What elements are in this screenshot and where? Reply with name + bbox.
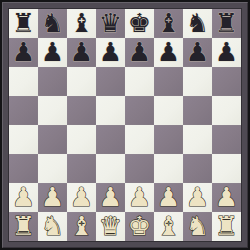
piece-white-bishop[interactable]: ♝ [157,212,180,241]
square-h4[interactable] [212,125,241,154]
square-b7[interactable]: ♟ [38,38,67,67]
square-b4[interactable] [38,125,67,154]
chess-board: ♜♞♝♛♚♝♞♜♟♟♟♟♟♟♟♟♟♟♟♟♟♟♟♟♜♞♝♛♚♝♞♜ [9,9,241,241]
square-b8[interactable]: ♞ [38,9,67,38]
square-g4[interactable] [183,125,212,154]
piece-black-pawn[interactable]: ♟ [99,38,122,67]
square-e6[interactable] [125,67,154,96]
chess-board-frame: ♜♞♝♛♚♝♞♜♟♟♟♟♟♟♟♟♟♟♟♟♟♟♟♟♜♞♝♛♚♝♞♜ [0,0,250,250]
square-d8[interactable]: ♛ [96,9,125,38]
piece-white-rook[interactable]: ♜ [215,212,238,241]
piece-black-pawn[interactable]: ♟ [41,38,64,67]
piece-black-rook[interactable]: ♜ [12,9,35,38]
square-b3[interactable] [38,154,67,183]
square-f4[interactable] [154,125,183,154]
square-g5[interactable] [183,96,212,125]
square-d7[interactable]: ♟ [96,38,125,67]
square-b5[interactable] [38,96,67,125]
square-b2[interactable]: ♟ [38,183,67,212]
piece-black-king[interactable]: ♚ [128,9,151,38]
square-c4[interactable] [67,125,96,154]
square-c6[interactable] [67,67,96,96]
square-g2[interactable]: ♟ [183,183,212,212]
square-a7[interactable]: ♟ [9,38,38,67]
piece-black-bishop[interactable]: ♝ [70,9,93,38]
square-a1[interactable]: ♜ [9,212,38,241]
square-h5[interactable] [212,96,241,125]
square-g1[interactable]: ♞ [183,212,212,241]
square-f7[interactable]: ♟ [154,38,183,67]
square-a5[interactable] [9,96,38,125]
square-f5[interactable] [154,96,183,125]
piece-black-bishop[interactable]: ♝ [157,9,180,38]
square-e4[interactable] [125,125,154,154]
square-g6[interactable] [183,67,212,96]
square-g3[interactable] [183,154,212,183]
square-c3[interactable] [67,154,96,183]
piece-white-king[interactable]: ♚ [128,212,151,241]
piece-black-pawn[interactable]: ♟ [215,38,238,67]
square-e5[interactable] [125,96,154,125]
square-d5[interactable] [96,96,125,125]
square-c1[interactable]: ♝ [67,212,96,241]
square-f3[interactable] [154,154,183,183]
square-f1[interactable]: ♝ [154,212,183,241]
square-h3[interactable] [212,154,241,183]
square-d4[interactable] [96,125,125,154]
square-c2[interactable]: ♟ [67,183,96,212]
piece-white-knight[interactable]: ♞ [186,212,209,241]
square-e3[interactable] [125,154,154,183]
square-e2[interactable]: ♟ [125,183,154,212]
square-h2[interactable]: ♟ [212,183,241,212]
piece-white-pawn[interactable]: ♟ [215,183,238,212]
piece-white-pawn[interactable]: ♟ [186,183,209,212]
square-h1[interactable]: ♜ [212,212,241,241]
square-f2[interactable]: ♟ [154,183,183,212]
square-d1[interactable]: ♛ [96,212,125,241]
piece-white-knight[interactable]: ♞ [41,212,64,241]
square-a3[interactable] [9,154,38,183]
square-f8[interactable]: ♝ [154,9,183,38]
square-h8[interactable]: ♜ [212,9,241,38]
piece-white-pawn[interactable]: ♟ [99,183,122,212]
square-d6[interactable] [96,67,125,96]
square-a8[interactable]: ♜ [9,9,38,38]
piece-white-pawn[interactable]: ♟ [128,183,151,212]
square-e8[interactable]: ♚ [125,9,154,38]
piece-black-pawn[interactable]: ♟ [12,38,35,67]
square-h7[interactable]: ♟ [212,38,241,67]
piece-white-pawn[interactable]: ♟ [70,183,93,212]
piece-black-pawn[interactable]: ♟ [70,38,93,67]
square-a6[interactable] [9,67,38,96]
square-d3[interactable] [96,154,125,183]
square-e1[interactable]: ♚ [125,212,154,241]
square-d2[interactable]: ♟ [96,183,125,212]
piece-white-rook[interactable]: ♜ [12,212,35,241]
square-c5[interactable] [67,96,96,125]
piece-white-pawn[interactable]: ♟ [41,183,64,212]
square-b6[interactable] [38,67,67,96]
piece-black-knight[interactable]: ♞ [186,9,209,38]
piece-black-knight[interactable]: ♞ [41,9,64,38]
piece-black-rook[interactable]: ♜ [215,9,238,38]
piece-white-queen[interactable]: ♛ [99,212,122,241]
piece-white-bishop[interactable]: ♝ [70,212,93,241]
square-b1[interactable]: ♞ [38,212,67,241]
square-a4[interactable] [9,125,38,154]
square-c8[interactable]: ♝ [67,9,96,38]
square-f6[interactable] [154,67,183,96]
piece-white-pawn[interactable]: ♟ [12,183,35,212]
square-a2[interactable]: ♟ [9,183,38,212]
square-g7[interactable]: ♟ [183,38,212,67]
piece-black-queen[interactable]: ♛ [99,9,122,38]
piece-black-pawn[interactable]: ♟ [157,38,180,67]
square-e7[interactable]: ♟ [125,38,154,67]
piece-black-pawn[interactable]: ♟ [186,38,209,67]
square-c7[interactable]: ♟ [67,38,96,67]
piece-black-pawn[interactable]: ♟ [128,38,151,67]
square-g8[interactable]: ♞ [183,9,212,38]
piece-white-pawn[interactable]: ♟ [157,183,180,212]
square-h6[interactable] [212,67,241,96]
